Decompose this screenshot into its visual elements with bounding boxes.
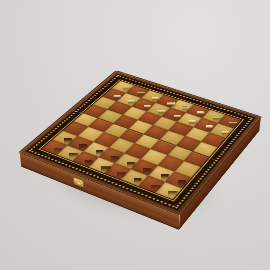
square-a3 bbox=[201, 132, 226, 147]
brass-clasp bbox=[74, 178, 84, 188]
brass-clasp-knob bbox=[77, 181, 81, 186]
product-photo-backdrop: ♜♞♝♛♚♝♞♜♟♟♟♟♟♟♟♟♟♟♟♟♟♟♟♟♜♞♝♛♚♝♞♜ bbox=[0, 0, 270, 270]
